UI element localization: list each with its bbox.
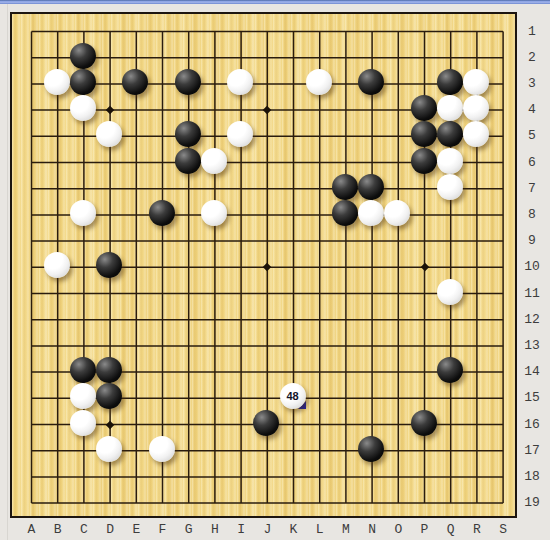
- column-label: B: [49, 523, 67, 537]
- black-stone[interactable]: [411, 410, 437, 436]
- white-stone[interactable]: 48: [280, 383, 306, 409]
- white-stone[interactable]: [70, 200, 96, 226]
- row-label: 10: [519, 260, 545, 274]
- black-stone[interactable]: [411, 121, 437, 147]
- row-label: 6: [519, 156, 545, 170]
- black-stone[interactable]: [358, 436, 384, 462]
- column-label: F: [154, 523, 172, 537]
- column-label: K: [285, 523, 303, 537]
- column-label: C: [75, 523, 93, 537]
- row-label: 2: [519, 51, 545, 65]
- white-stone[interactable]: [437, 148, 463, 174]
- black-stone[interactable]: [70, 43, 96, 69]
- row-label: 18: [519, 470, 545, 484]
- black-stone[interactable]: [411, 148, 437, 174]
- white-stone[interactable]: [227, 69, 253, 95]
- column-label: L: [311, 523, 329, 537]
- white-stone[interactable]: [384, 200, 410, 226]
- black-stone[interactable]: [70, 69, 96, 95]
- black-stone[interactable]: [149, 200, 175, 226]
- window-top-strip: [0, 0, 550, 4]
- column-label: I: [232, 523, 250, 537]
- white-stone[interactable]: [463, 95, 489, 121]
- black-stone[interactable]: [411, 95, 437, 121]
- column-label: A: [23, 523, 41, 537]
- black-stone[interactable]: [70, 357, 96, 383]
- black-stone[interactable]: [358, 174, 384, 200]
- row-label: 14: [519, 365, 545, 379]
- column-label: R: [468, 523, 486, 537]
- white-stone[interactable]: [306, 69, 332, 95]
- white-stone[interactable]: [463, 69, 489, 95]
- row-label: 9: [519, 234, 545, 248]
- white-stone[interactable]: [201, 148, 227, 174]
- row-label: 11: [519, 287, 545, 301]
- goban[interactable]: 48: [10, 12, 517, 518]
- row-label: 17: [519, 444, 545, 458]
- column-label: P: [416, 523, 434, 537]
- white-stone[interactable]: [201, 200, 227, 226]
- white-stone[interactable]: [437, 95, 463, 121]
- screen: { "game": "go", "board": { "size": 19, "…: [0, 0, 550, 540]
- column-label: N: [363, 523, 381, 537]
- black-stone[interactable]: [175, 121, 201, 147]
- black-stone[interactable]: [332, 174, 358, 200]
- white-stone[interactable]: [70, 383, 96, 409]
- column-label: E: [127, 523, 145, 537]
- panel-inset-line: [7, 4, 8, 540]
- black-stone[interactable]: [358, 69, 384, 95]
- column-label: O: [389, 523, 407, 537]
- black-stone[interactable]: [332, 200, 358, 226]
- row-label: 16: [519, 418, 545, 432]
- column-label: S: [494, 523, 512, 537]
- black-stone[interactable]: [253, 410, 279, 436]
- white-stone[interactable]: [437, 174, 463, 200]
- column-label: Q: [442, 523, 460, 537]
- row-label: 7: [519, 182, 545, 196]
- column-label: D: [101, 523, 119, 537]
- white-stone[interactable]: [70, 95, 96, 121]
- row-label: 5: [519, 129, 545, 143]
- column-label: J: [258, 523, 276, 537]
- column-label: G: [180, 523, 198, 537]
- row-label: 13: [519, 339, 545, 353]
- row-label: 15: [519, 391, 545, 405]
- white-stone[interactable]: [44, 69, 70, 95]
- black-stone[interactable]: [437, 357, 463, 383]
- white-stone[interactable]: [44, 252, 70, 278]
- black-stone[interactable]: [122, 69, 148, 95]
- white-stone[interactable]: [96, 436, 122, 462]
- white-stone[interactable]: [358, 200, 384, 226]
- row-label: 8: [519, 208, 545, 222]
- row-label: 1: [519, 25, 545, 39]
- white-stone[interactable]: [437, 279, 463, 305]
- move-number-label: 48: [286, 391, 298, 402]
- row-label: 19: [519, 496, 545, 510]
- white-stone[interactable]: [149, 436, 175, 462]
- black-stone[interactable]: [96, 357, 122, 383]
- row-label: 3: [519, 77, 545, 91]
- black-stone[interactable]: [175, 69, 201, 95]
- black-stone[interactable]: [175, 148, 201, 174]
- column-label: M: [337, 523, 355, 537]
- row-label: 4: [519, 103, 545, 117]
- white-stone[interactable]: [70, 410, 96, 436]
- white-stone[interactable]: [463, 121, 489, 147]
- column-label: H: [206, 523, 224, 537]
- black-stone[interactable]: [437, 69, 463, 95]
- black-stone[interactable]: [437, 121, 463, 147]
- row-label: 12: [519, 313, 545, 327]
